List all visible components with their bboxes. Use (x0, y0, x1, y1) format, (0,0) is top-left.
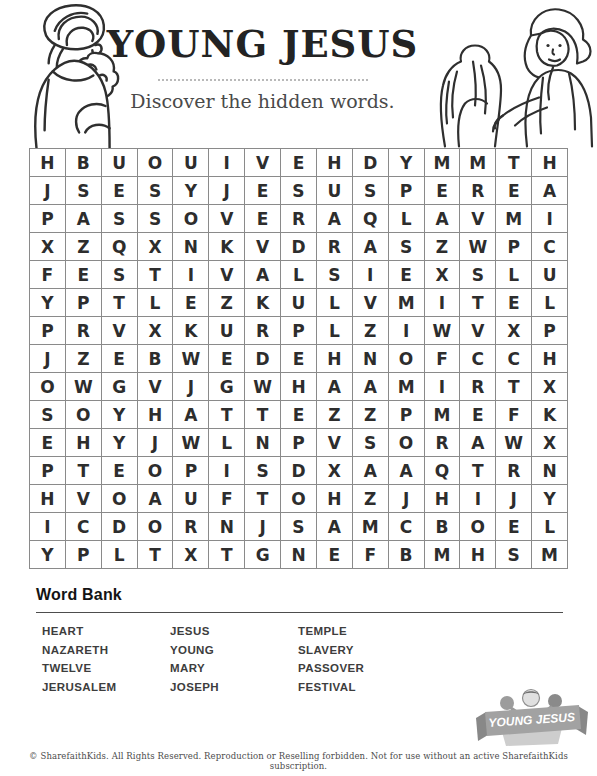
grid-cell[interactable]: H (317, 149, 353, 177)
grid-cell[interactable]: G (102, 373, 138, 401)
grid-cell[interactable]: H (30, 149, 66, 177)
grid-cell[interactable]: V (138, 373, 174, 401)
grid-cell[interactable]: J (389, 485, 425, 513)
grid-cell[interactable]: L (281, 261, 317, 289)
grid-cell[interactable]: E (496, 177, 532, 205)
grid-cell[interactable]: T (209, 541, 245, 569)
grid-cell[interactable]: T (66, 457, 102, 485)
logo-ribbon: YOUNG JESUS (476, 705, 588, 746)
grid-cell[interactable]: X (532, 429, 568, 457)
grid-cell[interactable]: E (281, 149, 317, 177)
grid-cell[interactable]: O (30, 373, 66, 401)
grid-cell[interactable]: S (281, 513, 317, 541)
grid-cell[interactable]: P (389, 177, 425, 205)
grid-cell[interactable]: L (389, 205, 425, 233)
grid-cell[interactable]: L (496, 261, 532, 289)
grid-cell[interactable]: H (317, 485, 353, 513)
grid-cell[interactable]: P (281, 429, 317, 457)
grid-cell[interactable]: T (209, 401, 245, 429)
grid-cell[interactable]: T (496, 149, 532, 177)
grid-cell[interactable]: Y (389, 149, 425, 177)
grid-cell[interactable]: T (460, 457, 496, 485)
grid-cell[interactable]: T (138, 261, 174, 289)
grid-cell[interactable]: Z (317, 401, 353, 429)
grid-cell[interactable]: S (460, 261, 496, 289)
word-bank-item: PASSOVER (298, 659, 423, 678)
page-title: YOUNG JESUS (90, 24, 435, 65)
word-bank: Word Bank HEARTNAZARETHTWELVEJERUSALEM J… (36, 586, 563, 702)
word-bank-rule (36, 612, 563, 613)
grid-cell[interactable]: E (102, 457, 138, 485)
grid-cell[interactable]: I (532, 205, 568, 233)
grid-cell[interactable]: Q (102, 233, 138, 261)
grid-cell[interactable]: S (245, 457, 281, 485)
grid-cell[interactable]: R (281, 205, 317, 233)
grid-cell[interactable]: K (173, 317, 209, 345)
grid-cell[interactable]: E (281, 345, 317, 373)
grid-cell[interactable]: J (209, 177, 245, 205)
grid-cell[interactable]: H (30, 485, 66, 513)
grid-cell[interactable]: A (389, 457, 425, 485)
grid-cell[interactable]: X (138, 233, 174, 261)
grid-cell[interactable]: Z (425, 233, 461, 261)
grid-cell[interactable]: C (389, 513, 425, 541)
grid-cell[interactable]: A (245, 261, 281, 289)
grid-cell[interactable]: A (425, 205, 461, 233)
grid-cell[interactable]: B (425, 513, 461, 541)
grid-cell[interactable]: A (532, 177, 568, 205)
word-bank-item: FESTIVAL (298, 678, 423, 697)
grid-cell[interactable]: V (209, 205, 245, 233)
grid-cell[interactable]: V (102, 317, 138, 345)
grid-cell[interactable]: X (425, 261, 461, 289)
grid-cell[interactable]: V (460, 317, 496, 345)
grid-cell[interactable]: J (30, 177, 66, 205)
grid-cell[interactable]: Z (209, 289, 245, 317)
grid-cell[interactable]: P (66, 289, 102, 317)
grid-cell[interactable]: P (281, 317, 317, 345)
grid-cell[interactable]: O (389, 345, 425, 373)
grid-cell[interactable]: T (245, 401, 281, 429)
grid-cell[interactable]: V (66, 485, 102, 513)
grid-cell[interactable]: R (173, 513, 209, 541)
grid-cell[interactable]: E (245, 205, 281, 233)
grid-cell[interactable]: O (102, 485, 138, 513)
grid-cell[interactable]: P (532, 317, 568, 345)
grid-cell[interactable]: T (460, 289, 496, 317)
grid-cell[interactable]: Y (532, 485, 568, 513)
grid-cell[interactable]: H (281, 373, 317, 401)
grid-cell[interactable]: O (389, 429, 425, 457)
grid-cell[interactable]: V (317, 429, 353, 457)
grid-cell[interactable]: U (317, 177, 353, 205)
header: YOUNG JESUS Discover the hidden words. (90, 24, 435, 112)
grid-cell[interactable]: R (496, 457, 532, 485)
grid-cell[interactable]: R (460, 373, 496, 401)
grid-cell[interactable]: M (425, 149, 461, 177)
grid-cell[interactable]: G (209, 373, 245, 401)
word-bank-item: TWELVE (42, 659, 167, 678)
grid-cell[interactable]: S (138, 177, 174, 205)
grid-cell[interactable]: S (389, 233, 425, 261)
grid-cell[interactable]: W (66, 373, 102, 401)
grid-cell[interactable]: R (460, 177, 496, 205)
grid-cell[interactable]: P (30, 205, 66, 233)
grid-cell[interactable]: S (30, 401, 66, 429)
grid-cell[interactable]: S (353, 177, 389, 205)
grid-cell[interactable]: E (66, 261, 102, 289)
grid-cell[interactable]: J (30, 345, 66, 373)
grid-cell[interactable]: D (353, 149, 389, 177)
grid-cell[interactable]: U (281, 289, 317, 317)
grid-cell[interactable]: E (209, 345, 245, 373)
grid-cell[interactable]: H (532, 345, 568, 373)
grid-cell[interactable]: P (173, 457, 209, 485)
grid-cell[interactable]: R (245, 317, 281, 345)
grid-cell[interactable]: Y (30, 541, 66, 569)
grid-cell[interactable]: S (353, 429, 389, 457)
young-jesus-logo: YOUNG JESUS (475, 686, 589, 748)
grid-cell[interactable]: I (425, 289, 461, 317)
grid-cell[interactable]: I (389, 317, 425, 345)
grid-cell[interactable]: U (173, 149, 209, 177)
grid-cell[interactable]: B (66, 149, 102, 177)
grid-cell[interactable]: U (209, 317, 245, 345)
grid-cell[interactable]: W (173, 429, 209, 457)
grid-cell[interactable]: E (30, 429, 66, 457)
grid-cell[interactable]: Z (353, 485, 389, 513)
word-bank-item: JESUS (170, 622, 295, 641)
grid-cell[interactable]: Z (353, 317, 389, 345)
grid-cell[interactable]: L (209, 429, 245, 457)
grid-cell[interactable]: I (209, 149, 245, 177)
grid-cell[interactable]: K (532, 401, 568, 429)
grid-cell[interactable]: J (173, 373, 209, 401)
grid-cell[interactable]: J (496, 485, 532, 513)
grid-cell[interactable]: X (317, 457, 353, 485)
grid-cell[interactable]: S (102, 205, 138, 233)
grid-cell[interactable]: N (209, 513, 245, 541)
grid-cell[interactable]: O (281, 485, 317, 513)
grid-cell[interactable]: F (425, 345, 461, 373)
grid-cell[interactable]: P (66, 541, 102, 569)
grid-cell[interactable]: Q (425, 457, 461, 485)
grid-cell[interactable]: L (317, 289, 353, 317)
grid-cell[interactable]: U (173, 485, 209, 513)
grid-cell[interactable]: A (353, 457, 389, 485)
grid-cell[interactable]: T (102, 289, 138, 317)
grid-cell[interactable]: M (389, 289, 425, 317)
grid-cell[interactable]: X (30, 233, 66, 261)
grid-cell[interactable]: Z (353, 401, 389, 429)
grid-cell[interactable]: U (102, 149, 138, 177)
grid-cell[interactable]: C (532, 233, 568, 261)
grid-cell[interactable]: D (245, 345, 281, 373)
grid-cell[interactable]: S (496, 541, 532, 569)
grid-cell[interactable]: E (102, 177, 138, 205)
word-bank-heading: Word Bank (36, 586, 563, 604)
grid-cell[interactable]: F (496, 401, 532, 429)
grid-cell[interactable]: W (245, 373, 281, 401)
grid-cell[interactable]: F (353, 541, 389, 569)
grid-cell[interactable]: J (245, 513, 281, 541)
grid-cell[interactable]: J (138, 429, 174, 457)
grid-cell[interactable]: S (317, 261, 353, 289)
grid-cell[interactable]: C (66, 513, 102, 541)
grid-cell[interactable]: E (173, 289, 209, 317)
grid-cell[interactable]: D (102, 513, 138, 541)
grid-cell[interactable]: V (209, 261, 245, 289)
grid-cell[interactable]: Q (353, 205, 389, 233)
grid-cell[interactable]: E (317, 541, 353, 569)
grid-cell[interactable]: T (496, 373, 532, 401)
grid-cell[interactable]: R (425, 429, 461, 457)
grid-cell[interactable]: A (317, 205, 353, 233)
grid-cell[interactable]: P (389, 401, 425, 429)
grid-cell[interactable]: B (138, 345, 174, 373)
grid-cell[interactable]: L (317, 317, 353, 345)
grid-cell[interactable]: V (353, 289, 389, 317)
dotted-divider (158, 79, 368, 81)
grid-cell[interactable]: P (496, 233, 532, 261)
word-bank-column: TEMPLESLAVERYPASSOVERFESTIVAL (298, 622, 423, 696)
grid-cell[interactable]: I (173, 261, 209, 289)
woman-and-child-illustration (435, 0, 597, 148)
grid-cell[interactable]: A (353, 233, 389, 261)
grid-cell[interactable]: P (30, 457, 66, 485)
grid-cell[interactable]: O (138, 457, 174, 485)
grid-cell[interactable]: E (496, 513, 532, 541)
grid-cell[interactable]: M (389, 373, 425, 401)
grid-cell[interactable]: E (245, 177, 281, 205)
word-bank-column: JESUSYOUNGMARYJOSEPH (170, 622, 295, 696)
grid-cell[interactable]: O (138, 513, 174, 541)
grid-cell[interactable]: L (138, 289, 174, 317)
grid-cell[interactable]: I (30, 513, 66, 541)
grid-cell[interactable]: P (30, 317, 66, 345)
grid-cell[interactable]: H (66, 429, 102, 457)
word-bank-item: SLAVERY (298, 641, 423, 660)
grid-cell[interactable]: N (245, 429, 281, 457)
grid-cell[interactable]: S (102, 261, 138, 289)
grid-cell[interactable]: T (138, 541, 174, 569)
grid-cell[interactable]: M (353, 513, 389, 541)
grid-cell[interactable]: X (532, 373, 568, 401)
grid-cell[interactable]: B (389, 541, 425, 569)
grid-cell[interactable]: E (460, 401, 496, 429)
word-bank-item: JOSEPH (170, 678, 295, 697)
grid-cell[interactable]: A (173, 401, 209, 429)
grid-cell[interactable]: L (532, 289, 568, 317)
grid-cell[interactable]: A (317, 373, 353, 401)
grid-cell[interactable]: V (245, 149, 281, 177)
grid-cell[interactable]: N (173, 233, 209, 261)
grid-cell[interactable]: A (460, 429, 496, 457)
grid-cell[interactable]: X (138, 317, 174, 345)
grid-cell[interactable]: E (281, 401, 317, 429)
grid-cell[interactable]: Y (173, 177, 209, 205)
grid-cell[interactable]: A (317, 513, 353, 541)
grid-cell[interactable]: H (138, 401, 174, 429)
grid-cell[interactable]: O (460, 513, 496, 541)
grid-cell[interactable]: T (245, 485, 281, 513)
grid-cell[interactable]: H (532, 149, 568, 177)
word-bank-item: JERUSALEM (42, 678, 167, 697)
grid-cell[interactable]: L (102, 541, 138, 569)
grid-cell[interactable]: S (138, 205, 174, 233)
grid-cell[interactable]: I (425, 373, 461, 401)
page-subtitle: Discover the hidden words. (90, 90, 435, 112)
grid-cell[interactable]: A (138, 485, 174, 513)
word-bank-item: YOUNG (170, 641, 295, 660)
grid-cell[interactable]: O (138, 149, 174, 177)
grid-cell[interactable]: M (460, 149, 496, 177)
grid-cell[interactable]: W (173, 345, 209, 373)
grid-cell[interactable]: F (30, 261, 66, 289)
grid-cell[interactable]: Y (30, 289, 66, 317)
word-bank-item: TEMPLE (298, 622, 423, 641)
grid-cell[interactable]: V (460, 205, 496, 233)
grid-cell[interactable]: H (317, 345, 353, 373)
grid-cell[interactable]: W (496, 429, 532, 457)
grid-cell[interactable]: M (425, 541, 461, 569)
grid-cell[interactable]: E (389, 261, 425, 289)
grid-cell[interactable]: S (281, 177, 317, 205)
grid-cell[interactable]: O (173, 205, 209, 233)
grid-cell[interactable]: N (353, 345, 389, 373)
grid-cell[interactable]: K (209, 233, 245, 261)
grid-cell[interactable]: O (66, 401, 102, 429)
word-search-grid: HBUOUIVEHDYMMTHJSESYJESUSPEREAPASSOVERAQ… (29, 148, 568, 569)
grid-cell[interactable]: R (317, 233, 353, 261)
grid-cell[interactable]: V (245, 233, 281, 261)
grid-cell[interactable]: F (209, 485, 245, 513)
grid-cell[interactable]: I (460, 485, 496, 513)
grid-cell[interactable]: Z (66, 233, 102, 261)
grid-cell[interactable]: I (209, 457, 245, 485)
grid-cell[interactable]: D (281, 233, 317, 261)
grid-cell[interactable]: M (496, 205, 532, 233)
word-bank-item: MARY (170, 659, 295, 678)
grid-cell[interactable]: C (496, 345, 532, 373)
copyright-text: © SharefaithKids. All Rights Reserved. R… (0, 751, 597, 771)
grid-cell[interactable]: S (66, 177, 102, 205)
grid-cell[interactable]: W (425, 317, 461, 345)
grid-cell[interactable]: X (173, 541, 209, 569)
grid-cell[interactable]: R (66, 317, 102, 345)
grid-cell[interactable]: Y (102, 429, 138, 457)
grid-cell[interactable]: H (425, 485, 461, 513)
word-bank-item: HEART (42, 622, 167, 641)
grid-cell[interactable]: D (281, 457, 317, 485)
grid-cell[interactable]: L (532, 513, 568, 541)
grid-cell[interactable]: C (460, 345, 496, 373)
grid-cell[interactable]: N (532, 457, 568, 485)
grid-cell[interactable]: I (353, 261, 389, 289)
grid-cell[interactable]: H (460, 541, 496, 569)
grid-cell[interactable]: G (245, 541, 281, 569)
word-bank-item: NAZARETH (42, 641, 167, 660)
grid-cell[interactable]: N (281, 541, 317, 569)
worksheet-page: YOUNG JESUS Discover the hidden words. H… (0, 0, 597, 776)
grid-cell[interactable]: M (425, 401, 461, 429)
grid-cell[interactable]: Y (102, 401, 138, 429)
grid-cell[interactable]: A (66, 205, 102, 233)
grid-cell[interactable]: U (532, 261, 568, 289)
grid-cell[interactable]: E (102, 345, 138, 373)
grid-cell[interactable]: W (460, 233, 496, 261)
grid-cell[interactable]: E (496, 289, 532, 317)
grid-cell[interactable]: K (245, 289, 281, 317)
grid-cell[interactable]: M (532, 541, 568, 569)
grid-cell[interactable]: X (496, 317, 532, 345)
word-bank-column: HEARTNAZARETHTWELVEJERUSALEM (42, 622, 167, 696)
grid-cell[interactable]: Z (66, 345, 102, 373)
grid-cell[interactable]: A (353, 373, 389, 401)
grid-cell[interactable]: E (425, 177, 461, 205)
